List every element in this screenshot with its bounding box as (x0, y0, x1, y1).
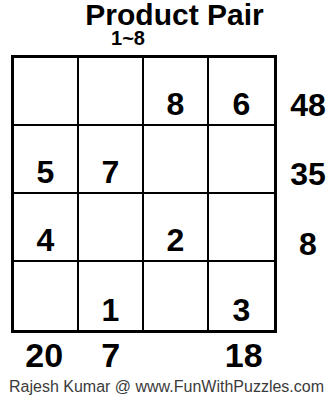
cell-r3c1[interactable]: 4 (14, 194, 79, 262)
cell-r4c1[interactable] (14, 262, 79, 330)
row-products: 48 35 8 (277, 55, 333, 333)
cell-r4c4[interactable]: 3 (209, 262, 274, 330)
cell-r3c2[interactable] (79, 194, 144, 262)
col-product-4: 18 (211, 333, 278, 375)
cell-r1c3[interactable]: 8 (144, 58, 209, 126)
row-product-2: 35 (277, 125, 333, 195)
row-product-1: 48 (277, 55, 333, 125)
cell-r3c3[interactable]: 2 (144, 194, 209, 262)
cell-r4c2[interactable]: 1 (79, 262, 144, 330)
cell-r1c1[interactable] (14, 58, 79, 126)
footer-credit: Rajesh Kumar @ www.FunWithPuzzles.com (0, 377, 333, 397)
puzzle-page: Product Pair 1~8 8 6 5 7 4 2 1 3 48 35 8… (0, 0, 333, 400)
cell-r1c4[interactable]: 6 (209, 58, 274, 126)
puzzle-board: 8 6 5 7 4 2 1 3 (11, 55, 277, 333)
col-products: 20 7 18 (11, 333, 277, 375)
cell-r2c2[interactable]: 7 (79, 126, 144, 194)
row-product-3: 8 (277, 194, 333, 264)
range-label: 1~8 (0, 28, 256, 48)
row-product-4 (277, 264, 333, 334)
cell-r2c1[interactable]: 5 (14, 126, 79, 194)
cell-r4c3[interactable] (144, 262, 209, 330)
cell-r1c2[interactable] (79, 58, 144, 126)
col-product-2: 7 (78, 333, 145, 375)
cell-r3c4[interactable] (209, 194, 274, 262)
cell-r2c4[interactable] (209, 126, 274, 194)
col-product-3 (144, 333, 211, 375)
cell-r2c3[interactable] (144, 126, 209, 194)
col-product-1: 20 (11, 333, 78, 375)
